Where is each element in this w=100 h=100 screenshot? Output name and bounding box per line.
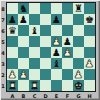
white-rook: ♜	[30, 80, 39, 91]
square-d4[interactable]	[40, 47, 51, 58]
square-e4[interactable]: ♟	[51, 47, 62, 58]
square-b2[interactable]: ♟	[18, 69, 29, 80]
square-b1[interactable]	[18, 80, 29, 91]
square-f3[interactable]	[62, 58, 73, 69]
square-g8[interactable]: ♜	[73, 3, 84, 14]
board-frame: 87654321 ♞♜♟♟♟♚♛♝♟♟♟♟♝♟♟♟♟♜♜♚ ABCDEFGH	[0, 0, 100, 100]
square-f1[interactable]	[62, 80, 73, 91]
file-label-b: B	[18, 92, 29, 99]
white-pawn: ♟	[19, 69, 28, 80]
black-pawn: ♟	[52, 14, 61, 25]
file-label-d: D	[40, 92, 51, 99]
file-labels: ABCDEFGH	[7, 92, 95, 99]
square-c1[interactable]: ♜	[29, 80, 40, 91]
square-e8[interactable]	[51, 3, 62, 14]
file-label-h: H	[84, 92, 95, 99]
square-e5[interactable]: ♟	[51, 36, 62, 47]
black-pawn: ♟	[19, 14, 28, 25]
square-h1[interactable]	[84, 80, 95, 91]
square-b6[interactable]	[18, 25, 29, 36]
square-d5[interactable]	[40, 36, 51, 47]
square-a2[interactable]: ♟	[7, 69, 18, 80]
white-pawn: ♟	[63, 47, 72, 58]
square-g4[interactable]	[73, 47, 84, 58]
black-rook: ♜	[74, 3, 83, 14]
square-a5[interactable]	[7, 36, 18, 47]
black-bishop: ♝	[30, 25, 39, 36]
square-a7[interactable]: ♟	[7, 14, 18, 25]
white-pawn: ♟	[85, 58, 94, 69]
square-h8[interactable]	[84, 3, 95, 14]
white-king: ♚	[74, 80, 83, 91]
square-c7[interactable]	[29, 14, 40, 25]
square-c6[interactable]: ♝	[29, 25, 40, 36]
black-king: ♚	[85, 14, 94, 25]
square-d2[interactable]	[40, 69, 51, 80]
square-g2[interactable]: ♟	[73, 69, 84, 80]
square-c3[interactable]	[29, 58, 40, 69]
black-pawn: ♟	[8, 14, 17, 25]
square-c4[interactable]	[29, 47, 40, 58]
square-e1[interactable]	[51, 80, 62, 91]
white-pawn: ♟	[8, 69, 17, 80]
square-d7[interactable]	[40, 14, 51, 25]
square-h2[interactable]	[84, 69, 95, 80]
square-c2[interactable]	[29, 69, 40, 80]
square-b3[interactable]	[18, 58, 29, 69]
square-c5[interactable]	[29, 36, 40, 47]
square-h7[interactable]: ♚	[84, 14, 95, 25]
square-f2[interactable]	[62, 69, 73, 80]
square-b8[interactable]: ♞	[18, 3, 29, 14]
square-a3[interactable]	[7, 58, 18, 69]
square-h6[interactable]	[84, 25, 95, 36]
black-queen: ♛	[8, 25, 17, 36]
square-f8[interactable]	[62, 3, 73, 14]
square-f5[interactable]: ♟	[62, 36, 73, 47]
square-g6[interactable]	[73, 25, 84, 36]
black-bishop: ♝	[52, 58, 61, 69]
file-label-g: G	[73, 92, 84, 99]
white-rook: ♜	[8, 80, 17, 91]
square-a6[interactable]: ♛	[7, 25, 18, 36]
square-h3[interactable]: ♟	[84, 58, 95, 69]
white-pawn: ♟	[74, 69, 83, 80]
square-d6[interactable]	[40, 25, 51, 36]
square-g1[interactable]: ♚	[73, 80, 84, 91]
black-pawn: ♟	[52, 47, 61, 58]
square-b5[interactable]	[18, 36, 29, 47]
black-pawn: ♟	[63, 36, 72, 47]
square-d1[interactable]	[40, 80, 51, 91]
square-g5[interactable]	[73, 36, 84, 47]
square-f6[interactable]	[62, 25, 73, 36]
square-c8[interactable]	[29, 3, 40, 14]
black-knight: ♞	[19, 3, 28, 14]
square-b4[interactable]	[18, 47, 29, 58]
square-b7[interactable]: ♟	[18, 14, 29, 25]
square-a8[interactable]	[7, 3, 18, 14]
square-e6[interactable]	[51, 25, 62, 36]
square-a4[interactable]	[7, 47, 18, 58]
white-pawn: ♟	[52, 36, 61, 47]
file-label-e: E	[51, 92, 62, 99]
chess-board: ♞♜♟♟♟♚♛♝♟♟♟♟♝♟♟♟♟♜♜♚	[6, 2, 96, 92]
square-e3[interactable]: ♝	[51, 58, 62, 69]
square-g3[interactable]	[73, 58, 84, 69]
file-label-a: A	[7, 92, 18, 99]
square-d8[interactable]	[40, 3, 51, 14]
file-label-c: C	[29, 92, 40, 99]
square-e2[interactable]	[51, 69, 62, 80]
square-g7[interactable]	[73, 14, 84, 25]
square-d3[interactable]	[40, 58, 51, 69]
square-h4[interactable]	[84, 47, 95, 58]
square-f7[interactable]	[62, 14, 73, 25]
square-h5[interactable]	[84, 36, 95, 47]
file-label-f: F	[62, 92, 73, 99]
square-a1[interactable]: ♜	[7, 80, 18, 91]
square-f4[interactable]: ♟	[62, 47, 73, 58]
square-e7[interactable]: ♟	[51, 14, 62, 25]
